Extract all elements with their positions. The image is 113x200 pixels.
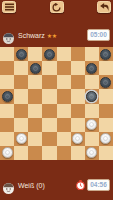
board-square (42, 118, 56, 132)
black-player-clock: 05:00 (87, 29, 110, 41)
board-square (28, 47, 42, 61)
board-square[interactable] (0, 89, 14, 103)
black-piece[interactable] (30, 63, 41, 74)
board-square (28, 75, 42, 89)
board-square (57, 75, 71, 89)
board-square[interactable] (14, 132, 28, 146)
black-player-difficulty-stars: ★★ (47, 32, 57, 39)
board-square[interactable] (57, 146, 71, 160)
board-square (71, 146, 85, 160)
board-square[interactable] (28, 89, 42, 103)
board-square (99, 89, 113, 103)
black-piece[interactable] (100, 49, 111, 60)
board-square[interactable] (71, 75, 85, 89)
board-square[interactable] (85, 146, 99, 160)
board-square[interactable] (99, 132, 113, 146)
board-square[interactable] (28, 146, 42, 160)
board-square (28, 104, 42, 118)
player-row-white: Weiß (0) 04:56 (0, 177, 113, 193)
board-square[interactable] (28, 118, 42, 132)
black-piece[interactable] (16, 49, 27, 60)
white-piece[interactable] (16, 133, 27, 144)
board-square[interactable] (0, 61, 14, 75)
board-square[interactable] (99, 104, 113, 118)
board-square[interactable] (42, 104, 56, 118)
white-piece[interactable] (100, 133, 111, 144)
black-player-name: Schwarz (18, 32, 45, 39)
board-square (0, 132, 14, 146)
board-square[interactable] (28, 61, 42, 75)
white-player-clock: 04:56 (87, 179, 110, 191)
board-square (85, 75, 99, 89)
board-square[interactable] (14, 47, 28, 61)
board-square (42, 89, 56, 103)
board-square[interactable] (0, 146, 14, 160)
board-square (85, 104, 99, 118)
undo-arrow-icon (100, 3, 109, 11)
board-square (99, 118, 113, 132)
board-square[interactable] (14, 104, 28, 118)
board-square[interactable] (71, 47, 85, 61)
board-square (14, 61, 28, 75)
black-player-avatar (3, 30, 14, 41)
white-piece[interactable] (86, 119, 97, 130)
board-square (57, 47, 71, 61)
stopwatch-icon (76, 180, 85, 190)
board-square[interactable] (85, 89, 99, 103)
board-square[interactable] (71, 132, 85, 146)
board-square[interactable] (42, 75, 56, 89)
toolbar (0, 1, 113, 13)
black-piece[interactable] (100, 77, 111, 88)
board (0, 47, 113, 160)
board-square[interactable] (57, 118, 71, 132)
board-square (42, 61, 56, 75)
refresh-icon (52, 3, 61, 12)
board-square (14, 146, 28, 160)
board-square (71, 118, 85, 132)
player-row-black: Schwarz ★★ 05:00 (0, 27, 113, 43)
black-piece[interactable] (86, 63, 97, 74)
board-square (14, 89, 28, 103)
board-square[interactable] (57, 61, 71, 75)
white-piece[interactable] (2, 147, 13, 158)
board-square[interactable] (85, 61, 99, 75)
board-square (0, 104, 14, 118)
white-piece[interactable] (72, 133, 83, 144)
board-square (57, 132, 71, 146)
board-square (85, 132, 99, 146)
board-square[interactable] (85, 118, 99, 132)
board-square[interactable] (99, 75, 113, 89)
board-square[interactable] (14, 75, 28, 89)
checkers-app: Schwarz ★★ 05:00 Weiß (0) (0, 0, 113, 200)
white-player-avatar (3, 180, 14, 191)
new-game-button[interactable] (50, 1, 64, 13)
board-square[interactable] (42, 47, 56, 61)
menu-button[interactable] (2, 1, 16, 13)
board-square (71, 89, 85, 103)
board-square (85, 47, 99, 61)
board-square (99, 61, 113, 75)
white-player-capture-count: (0) (36, 182, 45, 189)
white-piece[interactable] (86, 147, 97, 158)
board-square[interactable] (42, 132, 56, 146)
board-square[interactable] (57, 89, 71, 103)
board-square[interactable] (99, 47, 113, 61)
undo-button[interactable] (97, 1, 111, 13)
black-piece[interactable] (44, 49, 55, 60)
board-square[interactable] (71, 104, 85, 118)
white-player-name: Weiß (18, 182, 34, 189)
board-square (99, 146, 113, 160)
board-square (57, 104, 71, 118)
black-piece[interactable] (2, 91, 13, 102)
black-piece[interactable] (86, 91, 97, 102)
board-square (42, 146, 56, 160)
board-square (0, 47, 14, 61)
board-square (14, 118, 28, 132)
board-square (71, 61, 85, 75)
board-square (0, 75, 14, 89)
board-square (28, 132, 42, 146)
board-square[interactable] (0, 118, 14, 132)
hamburger-icon (5, 3, 14, 11)
